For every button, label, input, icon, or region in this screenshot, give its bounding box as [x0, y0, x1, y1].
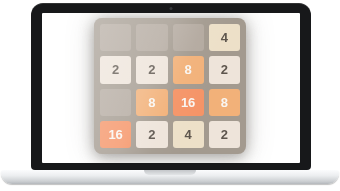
- laptop-base: [1, 170, 339, 184]
- tile-r3c3: 16: [173, 89, 204, 116]
- tile-r4c1: 16: [100, 121, 131, 148]
- webcam-icon: [170, 7, 173, 10]
- tile-r1c1: [100, 24, 131, 51]
- tile-r3c4: 8: [209, 89, 240, 116]
- tile-r1c3: [173, 24, 204, 51]
- tile-r3c1: [100, 89, 131, 116]
- laptop-mockup: 4 2 2 8 2 8 16 8 16 2 4 2: [0, 0, 340, 191]
- tile-r2c3: 8: [173, 56, 204, 83]
- tile-r1c2: [136, 24, 167, 51]
- laptop-lid: 4 2 2 8 2 8 16 8 16 2 4 2: [31, 3, 311, 170]
- tile-r1c4: 4: [209, 24, 240, 51]
- game-board-2048: 4 2 2 8 2 8 16 8 16 2 4 2: [94, 18, 246, 154]
- laptop-screen: 4 2 2 8 2 8 16 8 16 2 4 2: [42, 13, 300, 163]
- tile-r2c2: 2: [136, 56, 167, 83]
- tile-r4c4: 2: [209, 121, 240, 148]
- laptop-base-notch: [144, 170, 196, 175]
- tile-r2c1: 2: [100, 56, 131, 83]
- tile-r3c2: 8: [136, 89, 167, 116]
- tile-r4c2: 2: [136, 121, 167, 148]
- tile-r2c4: 2: [209, 56, 240, 83]
- tile-r4c3: 4: [173, 121, 204, 148]
